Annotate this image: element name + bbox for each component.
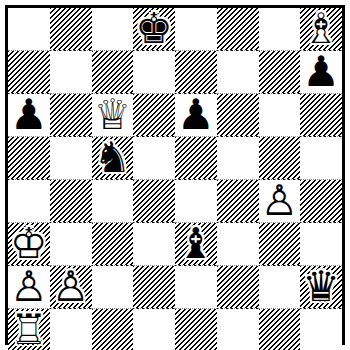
square-d2[interactable] [133, 266, 175, 309]
square-f6[interactable] [217, 94, 259, 137]
square-a3[interactable]: ♚︎♔︎ [8, 223, 50, 266]
square-e6[interactable]: ♟︎ [175, 94, 217, 137]
square-d8[interactable]: ♚︎ [133, 8, 175, 51]
square-a4[interactable] [8, 180, 50, 223]
square-a2[interactable]: ♟︎♙︎ [8, 266, 50, 309]
square-g4[interactable]: ♟︎♙︎ [259, 180, 301, 223]
square-a6[interactable]: ♟︎ [8, 94, 50, 137]
square-b6[interactable] [50, 94, 92, 137]
square-f5[interactable] [217, 137, 259, 180]
black-king: ♚︎ [135, 8, 173, 50]
square-h8[interactable]: ♝︎♗︎ [300, 8, 342, 51]
square-c7[interactable] [92, 51, 134, 94]
square-b3[interactable] [50, 223, 92, 266]
square-d5[interactable] [133, 137, 175, 180]
square-c1[interactable] [92, 309, 134, 350]
square-b8[interactable] [50, 8, 92, 51]
square-h2[interactable]: ♛︎ [300, 266, 342, 309]
square-f8[interactable] [217, 8, 259, 51]
square-h3[interactable] [300, 223, 342, 266]
black-queen: ♛︎ [302, 266, 340, 308]
square-g6[interactable] [259, 94, 301, 137]
square-d4[interactable] [133, 180, 175, 223]
square-d7[interactable] [133, 51, 175, 94]
white-pawn: ♟︎♙︎ [52, 266, 90, 308]
square-e5[interactable] [175, 137, 217, 180]
square-f4[interactable] [217, 180, 259, 223]
white-pawn: ♟︎♙︎ [261, 180, 299, 222]
square-c5[interactable]: ♞︎ [92, 137, 134, 180]
square-h6[interactable] [300, 94, 342, 137]
square-c8[interactable] [92, 8, 134, 51]
square-c3[interactable] [92, 223, 134, 266]
black-knight: ♞︎ [94, 137, 132, 179]
square-h5[interactable] [300, 137, 342, 180]
square-b7[interactable] [50, 51, 92, 94]
square-f7[interactable] [217, 51, 259, 94]
square-c4[interactable] [92, 180, 134, 223]
square-b4[interactable] [50, 180, 92, 223]
square-g1[interactable] [259, 309, 301, 350]
square-a1[interactable]: ♜︎♖︎ [8, 309, 50, 350]
square-e2[interactable] [175, 266, 217, 309]
chess-board: ♚︎♝︎♗︎♟︎♟︎♛︎♕︎♟︎♞︎♟︎♙︎♚︎♔︎♝︎♟︎♙︎♟︎♙︎♛︎♜︎… [8, 8, 342, 342]
white-pawn: ♟︎♙︎ [10, 266, 48, 308]
black-pawn: ♟︎ [10, 94, 48, 136]
black-bishop: ♝︎ [177, 223, 215, 265]
square-h4[interactable] [300, 180, 342, 223]
square-g7[interactable] [259, 51, 301, 94]
square-c2[interactable] [92, 266, 134, 309]
black-pawn: ♟︎ [302, 51, 340, 93]
square-h7[interactable]: ♟︎ [300, 51, 342, 94]
square-a7[interactable] [8, 51, 50, 94]
square-h1[interactable] [300, 309, 342, 350]
white-rook: ♜︎♖︎ [10, 309, 48, 350]
square-b1[interactable] [50, 309, 92, 350]
square-e3[interactable]: ♝︎ [175, 223, 217, 266]
square-a5[interactable] [8, 137, 50, 180]
square-f2[interactable] [217, 266, 259, 309]
square-g2[interactable] [259, 266, 301, 309]
white-queen: ♛︎♕︎ [94, 94, 132, 136]
black-pawn: ♟︎ [177, 94, 215, 136]
square-d6[interactable] [133, 94, 175, 137]
white-bishop: ♝︎♗︎ [302, 8, 340, 50]
square-b5[interactable] [50, 137, 92, 180]
square-e1[interactable] [175, 309, 217, 350]
square-c6[interactable]: ♛︎♕︎ [92, 94, 134, 137]
board-frame: ♚︎♝︎♗︎♟︎♟︎♛︎♕︎♟︎♞︎♟︎♙︎♚︎♔︎♝︎♟︎♙︎♟︎♙︎♛︎♜︎… [5, 5, 345, 345]
square-e7[interactable] [175, 51, 217, 94]
square-g8[interactable] [259, 8, 301, 51]
square-g5[interactable] [259, 137, 301, 180]
chess-diagram: ♚︎♝︎♗︎♟︎♟︎♛︎♕︎♟︎♞︎♟︎♙︎♚︎♔︎♝︎♟︎♙︎♟︎♙︎♛︎♜︎… [0, 0, 350, 350]
square-d3[interactable] [133, 223, 175, 266]
square-e8[interactable] [175, 8, 217, 51]
white-king: ♚︎♔︎ [10, 223, 48, 265]
square-b2[interactable]: ♟︎♙︎ [50, 266, 92, 309]
square-f1[interactable] [217, 309, 259, 350]
square-e4[interactable] [175, 180, 217, 223]
square-f3[interactable] [217, 223, 259, 266]
square-d1[interactable] [133, 309, 175, 350]
square-g3[interactable] [259, 223, 301, 266]
square-a8[interactable] [8, 8, 50, 51]
